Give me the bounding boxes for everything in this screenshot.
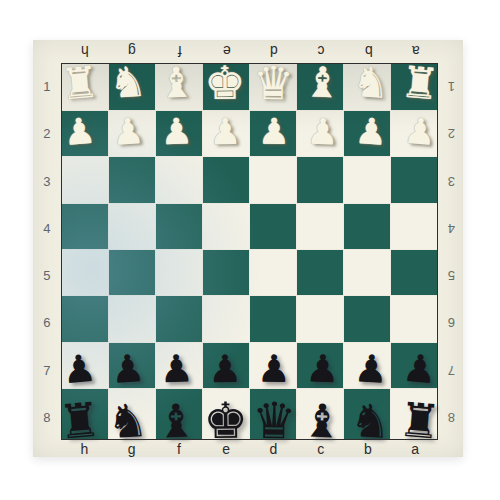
piece-white-pawn-a2: ♟ [402, 112, 437, 151]
piece-black-bishop-c8: ♝ [301, 397, 344, 444]
square-g5[interactable] [109, 250, 155, 295]
rank-right-label-2: 2 [439, 110, 463, 157]
square-d5[interactable] [250, 250, 296, 295]
piece-black-pawn-a7: ♟ [401, 349, 438, 390]
piece-white-bishop-c1: ♝ [303, 61, 342, 104]
square-a1[interactable]: ♜ [391, 64, 437, 110]
square-a5[interactable] [391, 250, 437, 295]
rank-right-label-8: 8 [439, 394, 463, 441]
rank-left-label-7: 7 [33, 347, 61, 394]
square-a8[interactable]: ♜ [391, 389, 437, 439]
square-b8[interactable]: ♞ [344, 389, 390, 439]
square-g3[interactable] [109, 157, 155, 202]
piece-black-rook-h8: ♜ [56, 396, 102, 446]
square-e1[interactable]: ♚ [203, 64, 249, 110]
piece-black-pawn-e7: ♟ [208, 350, 243, 388]
square-c4[interactable] [297, 204, 343, 249]
piece-white-pawn-d2: ♟ [257, 113, 290, 149]
rank-left-label-1: 1 [33, 63, 61, 110]
square-b1[interactable]: ♞ [344, 64, 390, 110]
square-e3[interactable] [203, 157, 249, 202]
piece-white-pawn-b2: ♟ [354, 113, 388, 151]
square-b4[interactable] [344, 204, 390, 249]
square-d2[interactable]: ♟ [250, 111, 296, 156]
square-h3[interactable] [62, 157, 108, 202]
piece-black-knight-g8: ♞ [106, 397, 150, 445]
piece-black-pawn-g7: ♟ [110, 349, 146, 389]
square-c1[interactable]: ♝ [297, 64, 343, 110]
rank-labels-left: 12345678 [33, 63, 61, 441]
piece-black-pawn-b7: ♟ [353, 349, 389, 389]
piece-black-bishop-f8: ♝ [155, 397, 198, 444]
square-c2[interactable]: ♟ [297, 111, 343, 156]
board-mat: hgfedcba hgfedcba 12345678 12345678 ♜♞♝♚… [33, 40, 463, 457]
piece-white-pawn-h2: ♟ [62, 112, 97, 151]
square-b3[interactable] [344, 157, 390, 202]
square-d1[interactable]: ♛ [250, 64, 296, 110]
square-a3[interactable] [391, 157, 437, 202]
square-a6[interactable] [391, 296, 437, 341]
square-g2[interactable]: ♟ [109, 111, 155, 156]
square-c5[interactable] [297, 250, 343, 295]
square-g4[interactable] [109, 204, 155, 249]
square-d6[interactable] [250, 296, 296, 341]
square-c8[interactable]: ♝ [297, 389, 343, 439]
square-a2[interactable]: ♟ [391, 111, 437, 156]
square-g8[interactable]: ♞ [109, 389, 155, 439]
square-a7[interactable]: ♟ [391, 343, 437, 388]
square-b5[interactable] [344, 250, 390, 295]
chess-board: ♜♞♝♚♛♝♞♜♟♟♟♟♟♟♟♟♟♟♟♟♟♟♟♟♜♞♝♚♛♝♞♜ [61, 63, 438, 440]
square-c3[interactable] [297, 157, 343, 202]
square-f7[interactable]: ♟ [156, 343, 202, 388]
piece-black-king-e8: ♚ [202, 396, 247, 447]
square-f2[interactable]: ♟ [156, 111, 202, 156]
rank-left-label-3: 3 [33, 158, 61, 205]
square-f1[interactable]: ♝ [156, 64, 202, 110]
square-e5[interactable] [203, 250, 249, 295]
piece-white-knight-g1: ♞ [108, 61, 148, 105]
piece-white-pawn-g2: ♟ [111, 113, 145, 151]
square-e8[interactable]: ♚ [203, 389, 249, 439]
rank-right-label-7: 7 [439, 347, 463, 394]
piece-black-rook-a8: ♜ [397, 396, 443, 446]
square-c6[interactable] [297, 296, 343, 341]
piece-white-bishop-f1: ♝ [157, 61, 196, 104]
square-d8[interactable]: ♛ [250, 389, 296, 439]
square-e7[interactable]: ♟ [203, 343, 249, 388]
square-f4[interactable] [156, 204, 202, 249]
piece-white-queen-d1: ♛ [253, 60, 295, 107]
piece-white-king-e1: ♚ [204, 60, 246, 107]
piece-white-knight-b1: ♞ [351, 61, 391, 105]
square-c7[interactable]: ♟ [297, 343, 343, 388]
square-g7[interactable]: ♟ [109, 343, 155, 388]
square-h8[interactable]: ♜ [62, 389, 108, 439]
square-h2[interactable]: ♟ [62, 111, 108, 156]
rank-left-label-6: 6 [33, 299, 61, 346]
piece-white-pawn-f2: ♟ [160, 113, 194, 150]
square-b2[interactable]: ♟ [344, 111, 390, 156]
rank-left-label-2: 2 [33, 110, 61, 157]
square-d4[interactable] [250, 204, 296, 249]
square-h7[interactable]: ♟ [62, 343, 108, 388]
piece-black-pawn-d7: ♟ [257, 350, 292, 388]
square-f8[interactable]: ♝ [156, 389, 202, 439]
square-d7[interactable]: ♟ [250, 343, 296, 388]
rank-left-label-5: 5 [33, 252, 61, 299]
rank-right-label-5: 5 [439, 252, 463, 299]
piece-white-pawn-e2: ♟ [209, 113, 242, 149]
piece-black-knight-b8: ♞ [349, 397, 393, 445]
rank-right-label-1: 1 [439, 63, 463, 110]
square-a4[interactable] [391, 204, 437, 249]
square-d3[interactable] [250, 157, 296, 202]
piece-black-queen-d8: ♛ [251, 396, 296, 447]
square-e4[interactable] [203, 204, 249, 249]
piece-white-pawn-c2: ♟ [306, 113, 340, 150]
chess-set-photo: hgfedcba hgfedcba 12345678 12345678 ♜♞♝♚… [0, 0, 500, 500]
piece-white-rook-a1: ♜ [399, 60, 441, 106]
piece-black-pawn-c7: ♟ [305, 350, 340, 389]
square-f5[interactable] [156, 250, 202, 295]
square-b7[interactable]: ♟ [344, 343, 390, 388]
square-f3[interactable] [156, 157, 202, 202]
square-h5[interactable] [62, 250, 108, 295]
rank-right-label-6: 6 [439, 299, 463, 346]
square-e6[interactable] [203, 296, 249, 341]
rank-labels-right: 12345678 [439, 63, 463, 441]
square-h4[interactable] [62, 204, 108, 249]
rank-right-label-4: 4 [439, 205, 463, 252]
square-g6[interactable] [109, 296, 155, 341]
rank-left-label-4: 4 [33, 205, 61, 252]
square-b6[interactable] [344, 296, 390, 341]
piece-black-pawn-f7: ♟ [159, 350, 194, 389]
rank-right-label-3: 3 [439, 158, 463, 205]
piece-white-rook-h1: ♜ [58, 60, 100, 106]
piece-black-pawn-h7: ♟ [61, 349, 98, 390]
square-e2[interactable]: ♟ [203, 111, 249, 156]
square-f6[interactable] [156, 296, 202, 341]
square-h6[interactable] [62, 296, 108, 341]
square-h1[interactable]: ♜ [62, 64, 108, 110]
square-g1[interactable]: ♞ [109, 64, 155, 110]
